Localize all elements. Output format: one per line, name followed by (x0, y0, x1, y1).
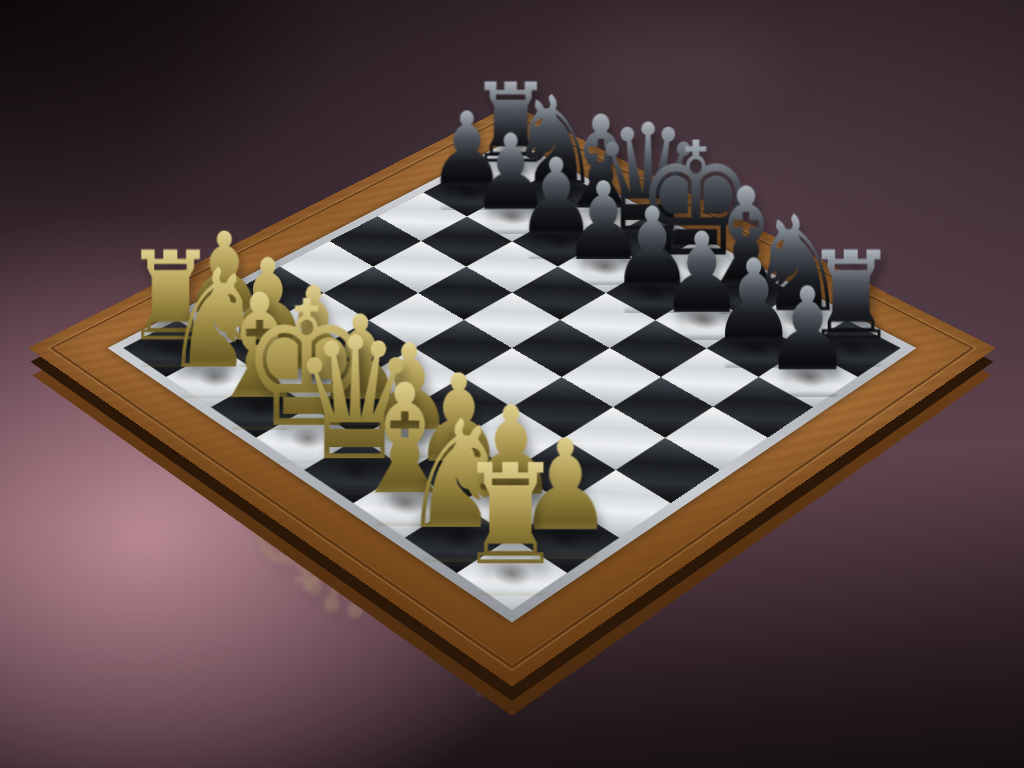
chessboard-3d: ♜♞♝♛♚♝♞♜♟♟♟♟♟♟♟♟♟♟♟♟♟♟♟♟♜♞♝♚♛♝♞♜ (28, 104, 995, 686)
chessboard-scene: ♜♞♝♛♚♝♞♜♟♟♟♟♟♟♟♟♟♟♟♟♟♟♟♟♜♞♝♚♛♝♞♜ (0, 0, 1024, 768)
board-wood-frame: ♜♞♝♛♚♝♞♜♟♟♟♟♟♟♟♟♟♟♟♟♟♟♟♟♜♞♝♚♛♝♞♜ (28, 104, 995, 686)
square-h7[interactable]: ♟ (759, 348, 858, 407)
square-g5[interactable] (613, 377, 714, 438)
piece-white-rook[interactable]: ♜ (446, 446, 575, 585)
square-h1[interactable]: ♜ (457, 538, 567, 611)
piece-black-pawn[interactable]: ♟ (754, 272, 861, 387)
